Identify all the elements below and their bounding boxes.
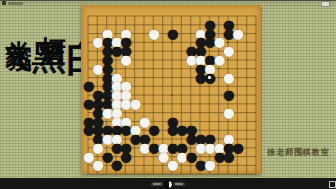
white-stone[interactable]: ● (148, 29, 158, 39)
go-board[interactable]: ●●●●●●●●●●●●●●●●●●●●●●●●●●●●●●●●●●●●●●●●… (81, 5, 261, 174)
watermark-text: 徐老师围棋教室 (267, 147, 335, 159)
white-stone[interactable]: ● (232, 29, 242, 39)
hoshi-point (171, 94, 173, 96)
black-stone[interactable]: ● (111, 160, 121, 170)
black-stone[interactable]: ● (223, 90, 233, 100)
black-player-name: 党毅飞 (6, 20, 32, 29)
black-stone[interactable]: ● (204, 73, 214, 83)
black-white-stone-toggle-icon[interactable] (164, 180, 173, 189)
app-window: 黑 党毅飞 白 柯洁 ●●●●●●●●●●●●●●●●●●●●●●●●●●●●●… (0, 0, 336, 189)
white-stone[interactable]: ● (92, 160, 102, 170)
white-stone[interactable]: ● (130, 99, 140, 109)
player-control-bar (0, 178, 336, 189)
app-icon (2, 1, 6, 5)
fullscreen-icon[interactable] (329, 181, 336, 188)
white-stone[interactable]: ● (204, 160, 214, 170)
white-stone[interactable]: ● (167, 160, 177, 170)
window-control-button[interactable] (321, 1, 330, 7)
control-pill-left[interactable] (151, 182, 163, 187)
white-stone[interactable]: ● (120, 55, 130, 65)
window-title (8, 2, 23, 5)
black-stone[interactable]: ● (167, 29, 177, 39)
hoshi-point (171, 41, 173, 43)
white-player-name: 柯洁 (40, 16, 66, 24)
white-stone[interactable]: ● (223, 73, 233, 83)
black-stone[interactable]: ● (223, 152, 233, 162)
control-pill-right[interactable] (173, 182, 185, 187)
white-stone[interactable]: ● (223, 108, 233, 118)
